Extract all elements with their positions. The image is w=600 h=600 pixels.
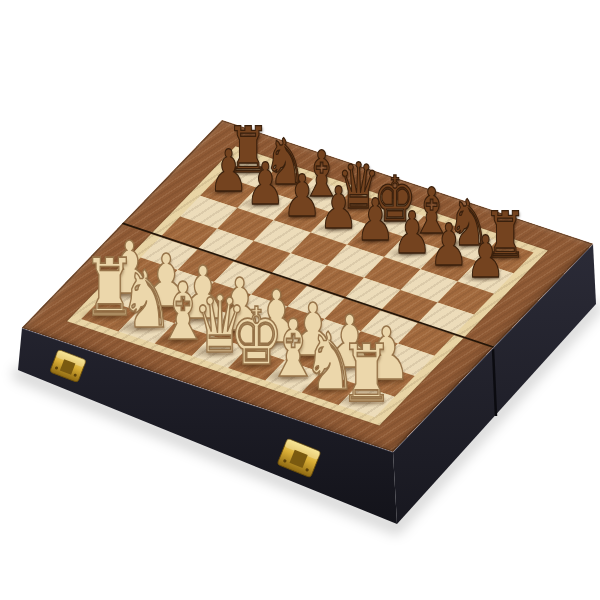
pieces-layer: ♜♞♝♛♚♝♞♜♟♟♟♟♟♟♟♟♟♟♟♟♟♟♟♟♜♞♝♛♚♝♞♜ bbox=[0, 0, 600, 600]
chess-piece-black-pawn-h7: ♟ bbox=[464, 228, 508, 286]
product-photo-scene: ♜♞♝♛♚♝♞♜♟♟♟♟♟♟♟♟♟♟♟♟♟♟♟♟♜♞♝♛♚♝♞♜ bbox=[0, 0, 600, 600]
chess-piece-white-rook-h1: ♜ bbox=[337, 333, 397, 412]
